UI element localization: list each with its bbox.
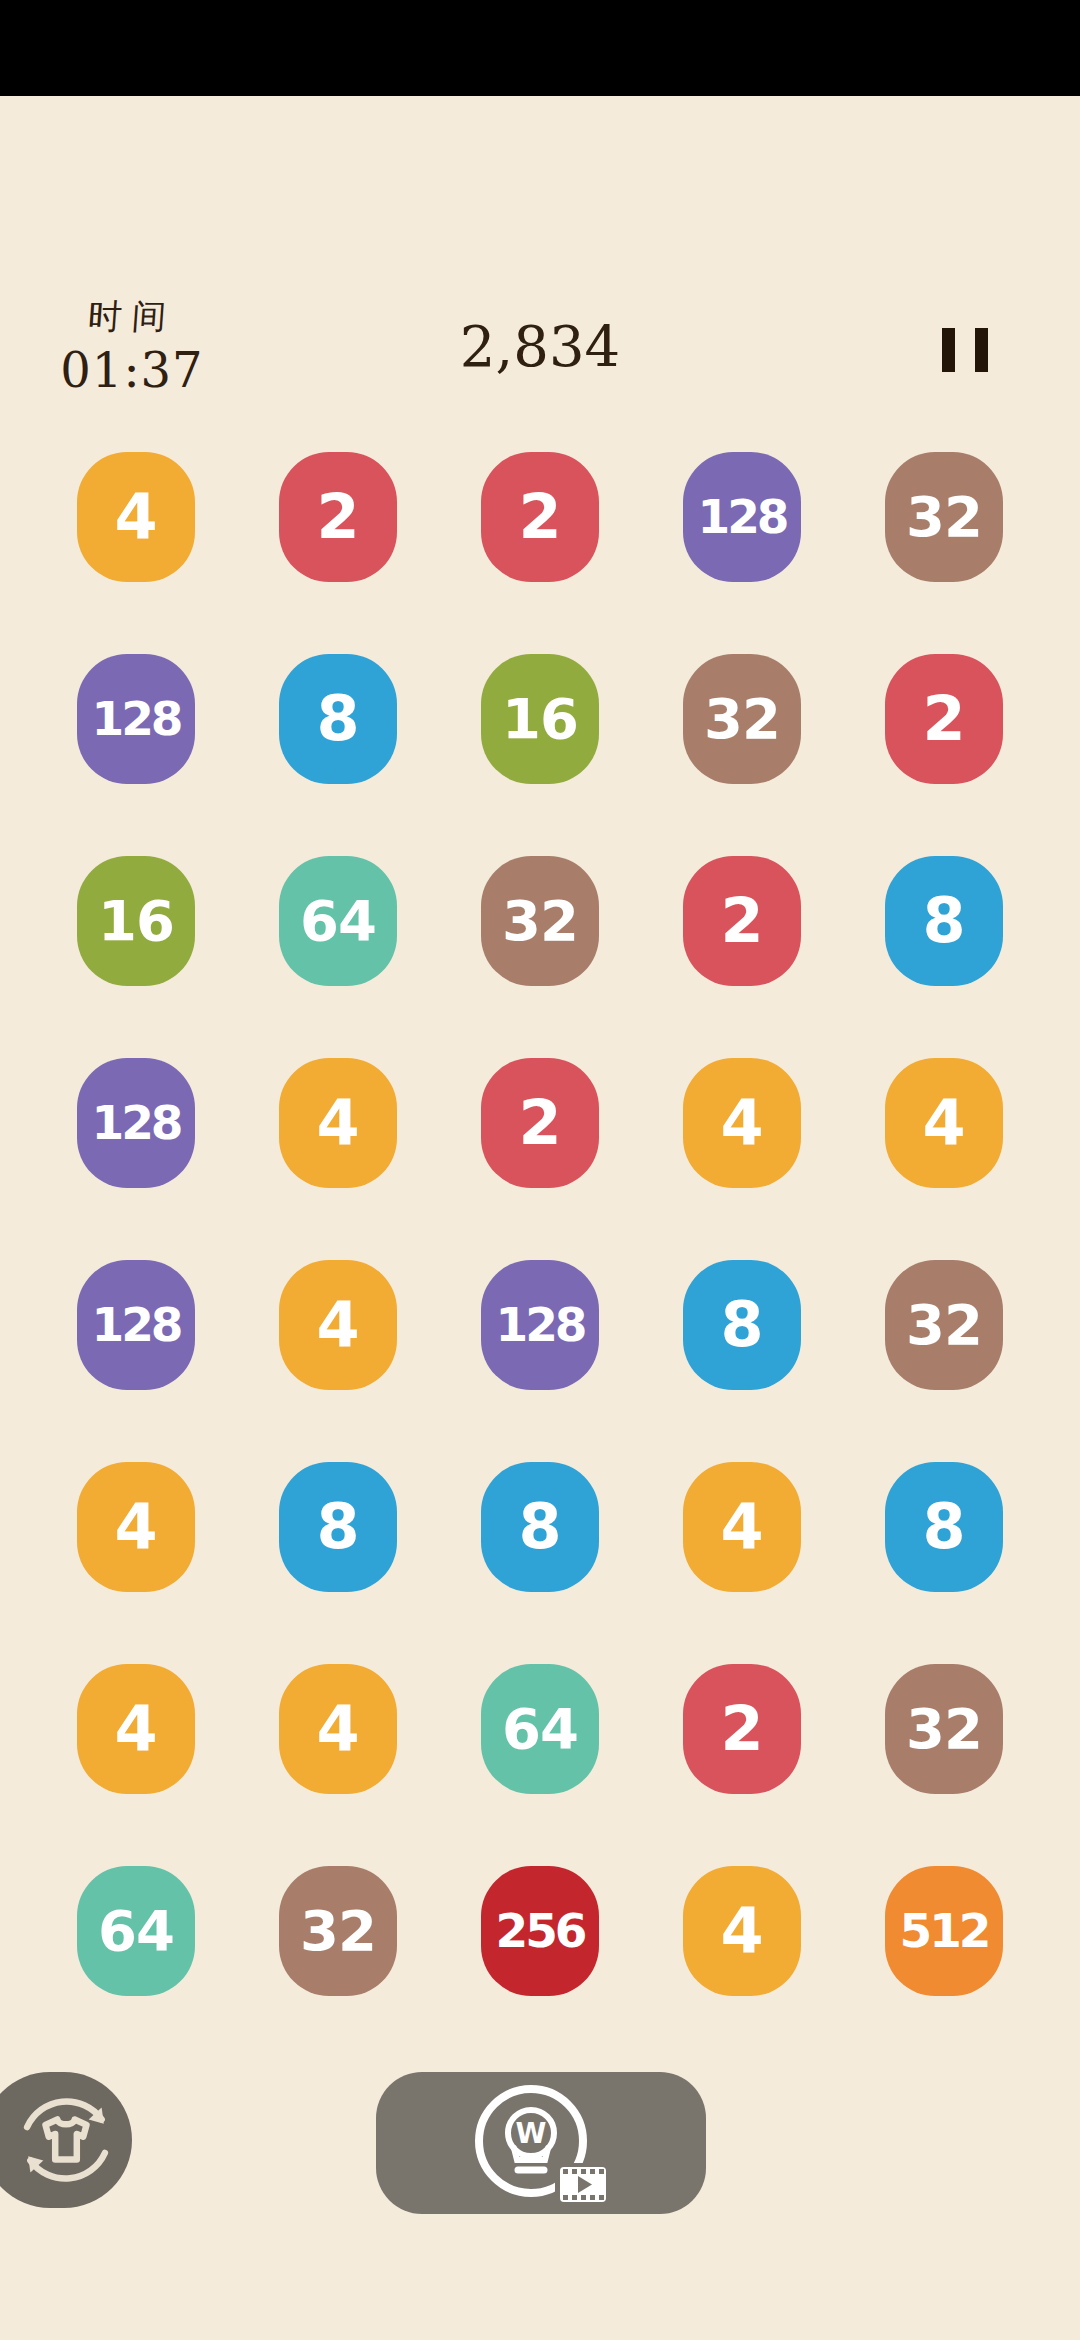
- tile-value: 32: [502, 888, 578, 953]
- svg-text:W: W: [516, 2117, 547, 2150]
- tile-value: 4: [316, 1692, 359, 1765]
- tile-r8c3[interactable]: 256: [481, 1866, 599, 1996]
- tile-r2c1[interactable]: 128: [77, 654, 195, 784]
- tile-value: 64: [98, 1898, 174, 1963]
- tile-r3c5[interactable]: 8: [885, 856, 1003, 986]
- tile-r3c4[interactable]: 2: [683, 856, 801, 986]
- tile-r5c1[interactable]: 128: [77, 1260, 195, 1390]
- tile-value: 128: [91, 1095, 180, 1150]
- tile-value: 4: [114, 480, 157, 553]
- tile-value: 8: [922, 1490, 965, 1563]
- tile-r1c3[interactable]: 2: [481, 452, 599, 582]
- tile-value: 128: [495, 1297, 584, 1352]
- tile-r3c2[interactable]: 64: [279, 856, 397, 986]
- pause-icon: [975, 328, 988, 372]
- tile-value: 8: [922, 884, 965, 957]
- tile-value: 64: [300, 888, 376, 953]
- tile-value: 16: [98, 888, 174, 953]
- tile-value: 2: [316, 480, 359, 553]
- status-bar: [0, 0, 1080, 96]
- lightbulb-w-video-icon: W: [457, 2075, 625, 2211]
- tile-r3c1[interactable]: 16: [77, 856, 195, 986]
- tile-r6c4[interactable]: 4: [683, 1462, 801, 1592]
- tile-r1c1[interactable]: 4: [77, 452, 195, 582]
- tile-r5c3[interactable]: 128: [481, 1260, 599, 1390]
- tile-r4c4[interactable]: 4: [683, 1058, 801, 1188]
- tile-value: 16: [502, 686, 578, 751]
- tile-r8c2[interactable]: 32: [279, 1866, 397, 1996]
- tile-r4c1[interactable]: 128: [77, 1058, 195, 1188]
- tile-r5c5[interactable]: 32: [885, 1260, 1003, 1390]
- score-value: 2,834: [0, 314, 1080, 379]
- tile-value: 32: [300, 1898, 376, 1963]
- tile-r4c3[interactable]: 2: [481, 1058, 599, 1188]
- tile-r2c5[interactable]: 2: [885, 654, 1003, 784]
- hint-button[interactable]: W: [376, 2072, 706, 2214]
- tile-value: 8: [316, 682, 359, 755]
- pause-button[interactable]: [942, 328, 988, 372]
- tile-value: 32: [906, 484, 982, 549]
- tile-value: 4: [922, 1086, 965, 1159]
- tile-r4c5[interactable]: 4: [885, 1058, 1003, 1188]
- skin-swap-button[interactable]: [0, 2072, 132, 2208]
- tile-r8c5[interactable]: 512: [885, 1866, 1003, 1996]
- tshirt-rotate-icon: [12, 2086, 120, 2194]
- tile-r1c5[interactable]: 32: [885, 452, 1003, 582]
- tile-r8c1[interactable]: 64: [77, 1866, 195, 1996]
- tile-value: 128: [91, 691, 180, 746]
- tile-r2c2[interactable]: 8: [279, 654, 397, 784]
- tile-value: 64: [502, 1696, 578, 1761]
- tile-r2c3[interactable]: 16: [481, 654, 599, 784]
- tile-value: 256: [495, 1903, 584, 1958]
- tile-r2c4[interactable]: 32: [683, 654, 801, 784]
- tile-r6c1[interactable]: 4: [77, 1462, 195, 1592]
- tile-value: 8: [518, 1490, 561, 1563]
- pause-icon: [942, 328, 955, 372]
- tile-r6c5[interactable]: 8: [885, 1462, 1003, 1592]
- tile-r1c4[interactable]: 128: [683, 452, 801, 582]
- tile-value: 4: [114, 1490, 157, 1563]
- tile-r7c2[interactable]: 4: [279, 1664, 397, 1794]
- tile-value: 2: [720, 1692, 763, 1765]
- tile-value: 4: [316, 1086, 359, 1159]
- tile-r7c1[interactable]: 4: [77, 1664, 195, 1794]
- tile-r3c3[interactable]: 32: [481, 856, 599, 986]
- tile-r7c3[interactable]: 64: [481, 1664, 599, 1794]
- tile-value: 2: [720, 884, 763, 957]
- tile-value: 4: [720, 1894, 763, 1967]
- tile-r4c2[interactable]: 4: [279, 1058, 397, 1188]
- tile-value: 128: [91, 1297, 180, 1352]
- tile-r7c4[interactable]: 2: [683, 1664, 801, 1794]
- tile-value: 8: [316, 1490, 359, 1563]
- tile-r5c2[interactable]: 4: [279, 1260, 397, 1390]
- tile-r6c2[interactable]: 8: [279, 1462, 397, 1592]
- tile-r6c3[interactable]: 8: [481, 1462, 599, 1592]
- tile-value: 4: [114, 1692, 157, 1765]
- tile-value: 4: [316, 1288, 359, 1361]
- tile-r7c5[interactable]: 32: [885, 1664, 1003, 1794]
- tile-value: 32: [906, 1696, 982, 1761]
- game-board: 4221283212881632216643228128424412841288…: [77, 452, 1003, 1996]
- tile-value: 128: [697, 489, 786, 544]
- game-header: 时间 01:37 2,834: [0, 96, 1080, 426]
- tile-value: 4: [720, 1086, 763, 1159]
- tile-value: 8: [720, 1288, 763, 1361]
- tile-r8c4[interactable]: 4: [683, 1866, 801, 1996]
- tile-value: 2: [922, 682, 965, 755]
- tile-value: 512: [899, 1903, 988, 1958]
- tile-r5c4[interactable]: 8: [683, 1260, 801, 1390]
- tile-value: 32: [704, 686, 780, 751]
- tile-value: 32: [906, 1292, 982, 1357]
- tile-value: 2: [518, 1086, 561, 1159]
- tile-value: 4: [720, 1490, 763, 1563]
- tile-value: 2: [518, 480, 561, 553]
- tile-r1c2[interactable]: 2: [279, 452, 397, 582]
